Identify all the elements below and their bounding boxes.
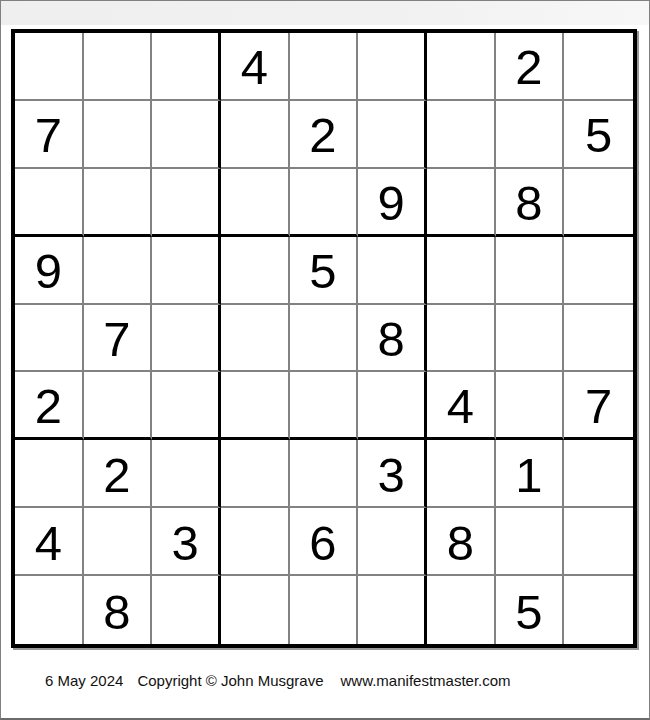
cell-r3c4[interactable] <box>221 169 290 237</box>
top-strip <box>1 1 649 25</box>
cell-r3c6[interactable]: 9 <box>358 169 427 237</box>
footer: 6 May 2024Copyright © John Musgravewww.m… <box>45 672 511 689</box>
cell-r5c8[interactable] <box>496 305 565 373</box>
cell-r5c4[interactable] <box>221 305 290 373</box>
cell-r8c5[interactable]: 6 <box>290 508 359 576</box>
cell-r8c4[interactable] <box>221 508 290 576</box>
cell-r7c1[interactable] <box>15 440 84 508</box>
cell-r9c9[interactable] <box>564 576 633 644</box>
cell-r3c2[interactable] <box>84 169 153 237</box>
cell-r3c5[interactable] <box>290 169 359 237</box>
cell-r2c2[interactable] <box>84 101 153 169</box>
cell-r5c7[interactable] <box>427 305 496 373</box>
cell-r4c7[interactable] <box>427 237 496 305</box>
cell-r2c5[interactable]: 2 <box>290 101 359 169</box>
cell-r7c7[interactable] <box>427 440 496 508</box>
cell-r6c1[interactable]: 2 <box>15 372 84 440</box>
cell-r3c8[interactable]: 8 <box>496 169 565 237</box>
cell-r4c8[interactable] <box>496 237 565 305</box>
cell-r1c8[interactable]: 2 <box>496 33 565 101</box>
cell-r1c2[interactable] <box>84 33 153 101</box>
cell-r9c5[interactable] <box>290 576 359 644</box>
cell-r8c1[interactable]: 4 <box>15 508 84 576</box>
cell-r4c4[interactable] <box>221 237 290 305</box>
cell-r6c7[interactable]: 4 <box>427 372 496 440</box>
cell-r6c6[interactable] <box>358 372 427 440</box>
cell-r6c3[interactable] <box>152 372 221 440</box>
sudoku-board: 42725989578247231436885 <box>11 29 637 648</box>
cell-r6c8[interactable] <box>496 372 565 440</box>
cell-r1c5[interactable] <box>290 33 359 101</box>
cell-r6c4[interactable] <box>221 372 290 440</box>
cell-r4c6[interactable] <box>358 237 427 305</box>
cell-r2c1[interactable]: 7 <box>15 101 84 169</box>
cell-r2c6[interactable] <box>358 101 427 169</box>
cell-r5c6[interactable]: 8 <box>358 305 427 373</box>
cell-r2c8[interactable] <box>496 101 565 169</box>
page: 42725989578247231436885 6 May 2024Copyri… <box>0 0 650 720</box>
cell-r1c9[interactable] <box>564 33 633 101</box>
cell-r9c8[interactable]: 5 <box>496 576 565 644</box>
footer-copyright: Copyright © John Musgrave <box>137 672 323 689</box>
cell-r6c5[interactable] <box>290 372 359 440</box>
cell-r1c6[interactable] <box>358 33 427 101</box>
cell-r3c3[interactable] <box>152 169 221 237</box>
cell-r9c4[interactable] <box>221 576 290 644</box>
cell-r3c7[interactable] <box>427 169 496 237</box>
cell-r5c9[interactable] <box>564 305 633 373</box>
cell-r8c8[interactable] <box>496 508 565 576</box>
cell-r2c9[interactable]: 5 <box>564 101 633 169</box>
cell-r9c3[interactable] <box>152 576 221 644</box>
cell-r7c9[interactable] <box>564 440 633 508</box>
cell-r8c7[interactable]: 8 <box>427 508 496 576</box>
cell-r3c1[interactable] <box>15 169 84 237</box>
cell-r7c6[interactable]: 3 <box>358 440 427 508</box>
cell-r5c3[interactable] <box>152 305 221 373</box>
footer-website: www.manifestmaster.com <box>341 672 511 689</box>
cell-r5c1[interactable] <box>15 305 84 373</box>
cell-r4c5[interactable]: 5 <box>290 237 359 305</box>
cell-r5c5[interactable] <box>290 305 359 373</box>
cell-r8c9[interactable] <box>564 508 633 576</box>
cell-r9c6[interactable] <box>358 576 427 644</box>
cell-r8c6[interactable] <box>358 508 427 576</box>
cell-r6c9[interactable]: 7 <box>564 372 633 440</box>
cell-r8c2[interactable] <box>84 508 153 576</box>
footer-date: 6 May 2024 <box>45 672 123 689</box>
cell-r9c7[interactable] <box>427 576 496 644</box>
cell-r9c2[interactable]: 8 <box>84 576 153 644</box>
cell-r1c4[interactable]: 4 <box>221 33 290 101</box>
cell-r4c3[interactable] <box>152 237 221 305</box>
cell-r2c4[interactable] <box>221 101 290 169</box>
cell-r8c3[interactable]: 3 <box>152 508 221 576</box>
cell-r4c2[interactable] <box>84 237 153 305</box>
cell-r4c9[interactable] <box>564 237 633 305</box>
cell-r7c3[interactable] <box>152 440 221 508</box>
cell-r7c4[interactable] <box>221 440 290 508</box>
cell-r1c3[interactable] <box>152 33 221 101</box>
cell-r3c9[interactable] <box>564 169 633 237</box>
cell-r1c7[interactable] <box>427 33 496 101</box>
cell-r1c1[interactable] <box>15 33 84 101</box>
cell-r2c3[interactable] <box>152 101 221 169</box>
cell-r7c5[interactable] <box>290 440 359 508</box>
cell-r7c8[interactable]: 1 <box>496 440 565 508</box>
cell-r6c2[interactable] <box>84 372 153 440</box>
cell-r9c1[interactable] <box>15 576 84 644</box>
cell-r5c2[interactable]: 7 <box>84 305 153 373</box>
cell-r2c7[interactable] <box>427 101 496 169</box>
cell-r4c1[interactable]: 9 <box>15 237 84 305</box>
cell-r7c2[interactable]: 2 <box>84 440 153 508</box>
